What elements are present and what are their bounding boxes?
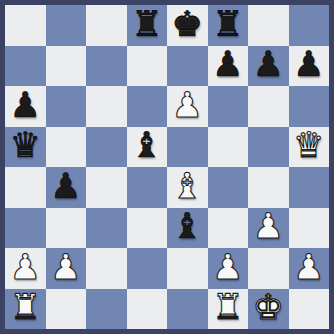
square-b7[interactable]: [46, 46, 87, 87]
square-c6[interactable]: [86, 86, 127, 127]
square-a5[interactable]: ♛: [5, 127, 46, 168]
square-d7[interactable]: [127, 46, 168, 87]
square-c5[interactable]: [86, 127, 127, 168]
white-rook[interactable]: ♜: [212, 290, 243, 325]
square-h4[interactable]: [289, 167, 330, 208]
square-d6[interactable]: [127, 86, 168, 127]
square-f2[interactable]: ♟: [208, 248, 249, 289]
square-a2[interactable]: ♟: [5, 248, 46, 289]
square-b2[interactable]: ♟: [46, 248, 87, 289]
square-h3[interactable]: [289, 208, 330, 249]
square-g1[interactable]: ♚: [248, 289, 289, 330]
square-h7[interactable]: ♟: [289, 46, 330, 87]
square-b5[interactable]: [46, 127, 87, 168]
white-queen[interactable]: ♛: [293, 128, 324, 163]
square-h2[interactable]: ♟: [289, 248, 330, 289]
white-pawn[interactable]: ♟: [253, 209, 284, 244]
white-rook[interactable]: ♜: [10, 290, 41, 325]
chess-board-grid: ♜♚♜♟♟♟♟♟♛♝♛♟♝♝♟♟♟♟♟♜♜♚: [5, 5, 329, 329]
square-a3[interactable]: [5, 208, 46, 249]
square-c7[interactable]: [86, 46, 127, 87]
square-h8[interactable]: [289, 5, 330, 46]
square-a6[interactable]: ♟: [5, 86, 46, 127]
square-e7[interactable]: [167, 46, 208, 87]
white-pawn[interactable]: ♟: [50, 250, 81, 285]
square-f4[interactable]: [208, 167, 249, 208]
square-f7[interactable]: ♟: [208, 46, 249, 87]
square-c1[interactable]: [86, 289, 127, 330]
square-a4[interactable]: [5, 167, 46, 208]
square-g3[interactable]: ♟: [248, 208, 289, 249]
square-f6[interactable]: [208, 86, 249, 127]
square-e8[interactable]: ♚: [167, 5, 208, 46]
square-e2[interactable]: [167, 248, 208, 289]
square-a7[interactable]: [5, 46, 46, 87]
square-g4[interactable]: [248, 167, 289, 208]
square-e6[interactable]: ♟: [167, 86, 208, 127]
white-bishop[interactable]: ♝: [172, 169, 203, 204]
square-c4[interactable]: [86, 167, 127, 208]
square-d3[interactable]: [127, 208, 168, 249]
square-d8[interactable]: ♜: [127, 5, 168, 46]
black-pawn[interactable]: ♟: [253, 47, 284, 82]
square-b4[interactable]: ♟: [46, 167, 87, 208]
square-e1[interactable]: [167, 289, 208, 330]
chess-board: ♜♚♜♟♟♟♟♟♛♝♛♟♝♝♟♟♟♟♟♜♜♚: [0, 0, 334, 334]
square-b3[interactable]: [46, 208, 87, 249]
square-d1[interactable]: [127, 289, 168, 330]
white-pawn[interactable]: ♟: [212, 250, 243, 285]
square-f3[interactable]: [208, 208, 249, 249]
black-rook[interactable]: ♜: [212, 7, 243, 42]
square-g8[interactable]: [248, 5, 289, 46]
square-a1[interactable]: ♜: [5, 289, 46, 330]
square-e3[interactable]: ♝: [167, 208, 208, 249]
white-pawn[interactable]: ♟: [172, 88, 203, 123]
square-f1[interactable]: ♜: [208, 289, 249, 330]
square-c2[interactable]: [86, 248, 127, 289]
square-b1[interactable]: [46, 289, 87, 330]
square-h1[interactable]: [289, 289, 330, 330]
square-d4[interactable]: [127, 167, 168, 208]
square-g2[interactable]: [248, 248, 289, 289]
square-d2[interactable]: [127, 248, 168, 289]
square-g7[interactable]: ♟: [248, 46, 289, 87]
square-g5[interactable]: [248, 127, 289, 168]
square-d5[interactable]: ♝: [127, 127, 168, 168]
square-f5[interactable]: [208, 127, 249, 168]
white-king[interactable]: ♚: [253, 290, 284, 325]
square-c3[interactable]: [86, 208, 127, 249]
black-bishop[interactable]: ♝: [172, 209, 203, 244]
black-bishop[interactable]: ♝: [131, 128, 162, 163]
square-a8[interactable]: [5, 5, 46, 46]
black-pawn[interactable]: ♟: [212, 47, 243, 82]
square-c8[interactable]: [86, 5, 127, 46]
white-pawn[interactable]: ♟: [10, 250, 41, 285]
black-king[interactable]: ♚: [172, 7, 203, 42]
square-b6[interactable]: [46, 86, 87, 127]
white-pawn[interactable]: ♟: [293, 250, 324, 285]
black-pawn[interactable]: ♟: [10, 88, 41, 123]
square-h5[interactable]: ♛: [289, 127, 330, 168]
black-pawn[interactable]: ♟: [293, 47, 324, 82]
square-g6[interactable]: [248, 86, 289, 127]
black-rook[interactable]: ♜: [131, 7, 162, 42]
square-h6[interactable]: [289, 86, 330, 127]
square-b8[interactable]: [46, 5, 87, 46]
square-e5[interactable]: [167, 127, 208, 168]
black-queen[interactable]: ♛: [10, 128, 41, 163]
square-f8[interactable]: ♜: [208, 5, 249, 46]
black-pawn[interactable]: ♟: [50, 169, 81, 204]
square-e4[interactable]: ♝: [167, 167, 208, 208]
